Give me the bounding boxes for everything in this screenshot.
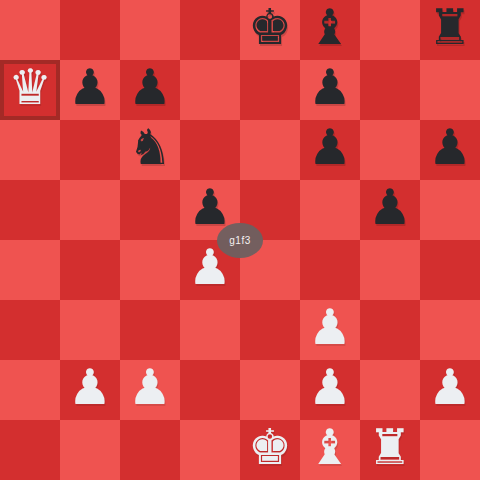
square-d2[interactable] bbox=[180, 360, 240, 420]
square-g2[interactable] bbox=[360, 360, 420, 420]
square-a8[interactable] bbox=[0, 0, 60, 60]
black-king: ♚ bbox=[248, 0, 292, 58]
white-king: ♚ bbox=[248, 418, 292, 478]
square-a2[interactable] bbox=[0, 360, 60, 420]
square-c3[interactable] bbox=[120, 300, 180, 360]
square-h2[interactable]: ♟ bbox=[420, 360, 480, 420]
white-queen: ♛ bbox=[8, 58, 52, 118]
square-e3[interactable] bbox=[240, 300, 300, 360]
white-pawn: ♟ bbox=[128, 358, 172, 418]
white-pawn: ♟ bbox=[428, 358, 472, 418]
square-d7[interactable] bbox=[180, 60, 240, 120]
square-f2[interactable]: ♟ bbox=[300, 360, 360, 420]
chess-app-screen: ♚♝♜♛♟♟♟♞♟♟♟♟♟♟♟♟♟♟♚♝♜ g1f3 bbox=[0, 0, 480, 480]
black-pawn: ♟ bbox=[428, 118, 472, 178]
square-c1[interactable] bbox=[120, 420, 180, 480]
square-a5[interactable] bbox=[0, 180, 60, 240]
square-g4[interactable] bbox=[360, 240, 420, 300]
square-h1[interactable] bbox=[420, 420, 480, 480]
white-bishop: ♝ bbox=[308, 418, 352, 478]
square-h6[interactable]: ♟ bbox=[420, 120, 480, 180]
white-pawn: ♟ bbox=[308, 298, 352, 358]
black-knight: ♞ bbox=[128, 118, 172, 178]
white-pawn: ♟ bbox=[68, 358, 112, 418]
square-e1[interactable]: ♚ bbox=[240, 420, 300, 480]
square-g1[interactable]: ♜ bbox=[360, 420, 420, 480]
square-f8[interactable]: ♝ bbox=[300, 0, 360, 60]
square-d8[interactable] bbox=[180, 0, 240, 60]
square-b2[interactable]: ♟ bbox=[60, 360, 120, 420]
black-pawn: ♟ bbox=[308, 118, 352, 178]
square-a3[interactable] bbox=[0, 300, 60, 360]
square-a4[interactable] bbox=[0, 240, 60, 300]
black-bishop: ♝ bbox=[308, 0, 352, 58]
square-c2[interactable]: ♟ bbox=[120, 360, 180, 420]
move-annotation-bubble: g1f3 bbox=[217, 223, 263, 258]
square-b5[interactable] bbox=[60, 180, 120, 240]
square-d6[interactable] bbox=[180, 120, 240, 180]
square-h4[interactable] bbox=[420, 240, 480, 300]
black-pawn: ♟ bbox=[68, 58, 112, 118]
square-e6[interactable] bbox=[240, 120, 300, 180]
square-g6[interactable] bbox=[360, 120, 420, 180]
square-b8[interactable] bbox=[60, 0, 120, 60]
square-b7[interactable]: ♟ bbox=[60, 60, 120, 120]
square-e2[interactable] bbox=[240, 360, 300, 420]
square-f5[interactable] bbox=[300, 180, 360, 240]
white-rook: ♜ bbox=[368, 418, 412, 478]
square-c7[interactable]: ♟ bbox=[120, 60, 180, 120]
square-d3[interactable] bbox=[180, 300, 240, 360]
square-a6[interactable] bbox=[0, 120, 60, 180]
square-h5[interactable] bbox=[420, 180, 480, 240]
square-h3[interactable] bbox=[420, 300, 480, 360]
white-pawn: ♟ bbox=[308, 358, 352, 418]
square-h7[interactable] bbox=[420, 60, 480, 120]
black-pawn: ♟ bbox=[368, 178, 412, 238]
square-d1[interactable] bbox=[180, 420, 240, 480]
square-b4[interactable] bbox=[60, 240, 120, 300]
square-a7[interactable]: ♛ bbox=[0, 60, 60, 120]
square-f3[interactable]: ♟ bbox=[300, 300, 360, 360]
square-h8[interactable]: ♜ bbox=[420, 0, 480, 60]
square-b1[interactable] bbox=[60, 420, 120, 480]
square-c6[interactable]: ♞ bbox=[120, 120, 180, 180]
black-rook: ♜ bbox=[428, 0, 472, 58]
square-f1[interactable]: ♝ bbox=[300, 420, 360, 480]
square-e7[interactable] bbox=[240, 60, 300, 120]
black-pawn: ♟ bbox=[128, 58, 172, 118]
square-b3[interactable] bbox=[60, 300, 120, 360]
square-g5[interactable]: ♟ bbox=[360, 180, 420, 240]
square-g8[interactable] bbox=[360, 0, 420, 60]
square-c5[interactable] bbox=[120, 180, 180, 240]
square-b6[interactable] bbox=[60, 120, 120, 180]
square-c8[interactable] bbox=[120, 0, 180, 60]
square-e8[interactable]: ♚ bbox=[240, 0, 300, 60]
square-f7[interactable]: ♟ bbox=[300, 60, 360, 120]
black-pawn: ♟ bbox=[308, 58, 352, 118]
square-a1[interactable] bbox=[0, 420, 60, 480]
square-f6[interactable]: ♟ bbox=[300, 120, 360, 180]
square-c4[interactable] bbox=[120, 240, 180, 300]
square-g3[interactable] bbox=[360, 300, 420, 360]
square-f4[interactable] bbox=[300, 240, 360, 300]
square-g7[interactable] bbox=[360, 60, 420, 120]
